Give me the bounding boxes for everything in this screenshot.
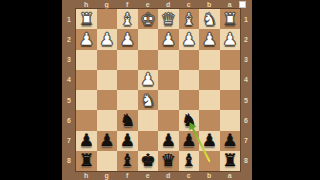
piece-black-bishop[interactable]: ♝: [179, 151, 200, 171]
square-a7[interactable]: ♟: [220, 131, 241, 151]
square-g2[interactable]: ♟: [97, 29, 118, 49]
rank-label-right-3: 3: [240, 50, 252, 70]
file-label-top-c: c: [179, 0, 200, 9]
square-b3[interactable]: [199, 50, 220, 70]
file-label-bottom-b: b: [199, 171, 220, 180]
square-a8[interactable]: ♜: [220, 151, 241, 171]
square-f7[interactable]: ♟: [117, 131, 138, 151]
file-label-top-b: b: [199, 0, 220, 9]
piece-white-rook[interactable]: ♜: [76, 9, 97, 29]
piece-black-pawn[interactable]: ♟: [76, 131, 97, 151]
piece-black-knight[interactable]: ♞: [179, 110, 200, 130]
file-label-top-f: f: [117, 0, 138, 9]
rank-label-right-4: 4: [240, 70, 252, 90]
square-c5[interactable]: [179, 90, 200, 110]
square-f4[interactable]: [117, 70, 138, 90]
rank-label-right-6: 6: [240, 110, 252, 130]
piece-black-rook[interactable]: ♜: [76, 151, 97, 171]
piece-white-rook[interactable]: ♜: [220, 9, 241, 29]
square-a4[interactable]: [220, 70, 241, 90]
square-f1[interactable]: ♝: [117, 9, 138, 29]
file-label-bottom-g: g: [97, 171, 118, 180]
piece-white-bishop[interactable]: ♝: [179, 9, 200, 29]
square-d2[interactable]: ♟: [158, 29, 179, 49]
square-e3[interactable]: [138, 50, 159, 70]
square-e2[interactable]: [138, 29, 159, 49]
square-c4[interactable]: [179, 70, 200, 90]
piece-black-pawn[interactable]: ♟: [199, 131, 220, 151]
square-d4[interactable]: [158, 70, 179, 90]
square-h3[interactable]: [76, 50, 97, 70]
square-b7[interactable]: ♟: [199, 131, 220, 151]
square-c2[interactable]: ♟: [179, 29, 200, 49]
square-b5[interactable]: [199, 90, 220, 110]
piece-black-pawn[interactable]: ♟: [220, 131, 241, 151]
file-label-top-g: g: [97, 0, 118, 9]
square-b8[interactable]: [199, 151, 220, 171]
square-f2[interactable]: ♟: [117, 29, 138, 49]
file-label-bottom-h: h: [76, 171, 97, 180]
file-label-bottom-f: f: [117, 171, 138, 180]
piece-black-king[interactable]: ♚: [138, 151, 159, 171]
rank-label-right-7: 7: [240, 131, 252, 151]
square-c1[interactable]: ♝: [179, 9, 200, 29]
square-h1[interactable]: ♜: [76, 9, 97, 29]
file-label-bottom-e: e: [138, 171, 159, 180]
square-f5[interactable]: [117, 90, 138, 110]
file-label-bottom-d: d: [158, 171, 179, 180]
piece-white-pawn[interactable]: ♟: [117, 29, 138, 49]
square-g8[interactable]: [97, 151, 118, 171]
square-c7[interactable]: ♟: [179, 131, 200, 151]
piece-white-pawn[interactable]: ♟: [199, 29, 220, 49]
square-g5[interactable]: [97, 90, 118, 110]
file-label-top-h: h: [76, 0, 97, 9]
square-e7[interactable]: [138, 131, 159, 151]
square-g1[interactable]: [97, 9, 118, 29]
square-e5[interactable]: ♞: [138, 90, 159, 110]
rank-label-left-1: 1: [62, 9, 76, 29]
square-g3[interactable]: [97, 50, 118, 70]
square-e4[interactable]: ♟: [138, 70, 159, 90]
rank-label-left-4: 4: [62, 70, 76, 90]
file-labels-bottom: hgfedcba: [76, 171, 240, 180]
square-d3[interactable]: [158, 50, 179, 70]
rank-label-left-5: 5: [62, 90, 76, 110]
square-a6[interactable]: [220, 110, 241, 130]
square-g6[interactable]: [97, 110, 118, 130]
square-e6[interactable]: [138, 110, 159, 130]
rank-label-left-2: 2: [62, 29, 76, 49]
piece-black-bishop[interactable]: ♝: [117, 151, 138, 171]
piece-white-pawn[interactable]: ♟: [138, 70, 159, 90]
square-a3[interactable]: [220, 50, 241, 70]
square-h4[interactable]: [76, 70, 97, 90]
chess-board: hgfedcba hgfedcba 12345678 12345678 ♜♝♚♛…: [62, 0, 252, 180]
piece-black-rook[interactable]: ♜: [220, 151, 241, 171]
board-squares: ♜♝♚♛♝♞♜♟♟♟♟♟♟♟♟♞♞♞♟♟♟♟♟♟♟♜♝♚♛♝♜: [76, 9, 240, 171]
piece-white-pawn[interactable]: ♟: [97, 29, 118, 49]
rank-label-right-2: 2: [240, 29, 252, 49]
square-b6[interactable]: [199, 110, 220, 130]
square-a2[interactable]: ♟: [220, 29, 241, 49]
piece-white-king[interactable]: ♚: [138, 9, 159, 29]
square-d5[interactable]: [158, 90, 179, 110]
square-b2[interactable]: ♟: [199, 29, 220, 49]
video-frame: hgfedcba hgfedcba 12345678 12345678 ♜♝♚♛…: [0, 0, 320, 180]
rank-label-right-5: 5: [240, 90, 252, 110]
piece-white-knight[interactable]: ♞: [199, 9, 220, 29]
square-a1[interactable]: ♜: [220, 9, 241, 29]
rank-label-left-7: 7: [62, 131, 76, 151]
rank-label-left-6: 6: [62, 110, 76, 130]
piece-white-bishop[interactable]: ♝: [117, 9, 138, 29]
square-b4[interactable]: [199, 70, 220, 90]
piece-black-pawn[interactable]: ♟: [97, 131, 118, 151]
square-h7[interactable]: ♟: [76, 131, 97, 151]
file-label-bottom-a: a: [220, 171, 241, 180]
file-label-top-a: a: [220, 0, 241, 9]
square-a5[interactable]: [220, 90, 241, 110]
rank-labels-left: 12345678: [62, 9, 76, 171]
file-label-top-e: e: [138, 0, 159, 9]
corner-marker-icon: [239, 1, 246, 8]
rank-labels-right: 12345678: [240, 9, 252, 171]
piece-white-pawn[interactable]: ♟: [220, 29, 241, 49]
file-label-top-d: d: [158, 0, 179, 9]
square-g7[interactable]: ♟: [97, 131, 118, 151]
rank-label-right-8: 8: [240, 151, 252, 171]
piece-white-pawn[interactable]: ♟: [158, 29, 179, 49]
file-labels-top: hgfedcba: [76, 0, 240, 9]
square-h8[interactable]: ♜: [76, 151, 97, 171]
square-d8[interactable]: ♛: [158, 151, 179, 171]
piece-white-queen[interactable]: ♛: [158, 9, 179, 29]
square-c3[interactable]: [179, 50, 200, 70]
rank-label-left-8: 8: [62, 151, 76, 171]
square-f3[interactable]: [117, 50, 138, 70]
square-e1[interactable]: ♚: [138, 9, 159, 29]
rank-label-right-1: 1: [240, 9, 252, 29]
square-d7[interactable]: ♟: [158, 131, 179, 151]
piece-black-pawn[interactable]: ♟: [117, 131, 138, 151]
file-label-bottom-c: c: [179, 171, 200, 180]
piece-white-pawn[interactable]: ♟: [76, 29, 97, 49]
square-c6[interactable]: ♞: [179, 110, 200, 130]
piece-black-knight[interactable]: ♞: [117, 110, 138, 130]
square-b1[interactable]: ♞: [199, 9, 220, 29]
square-f6[interactable]: ♞: [117, 110, 138, 130]
square-h5[interactable]: [76, 90, 97, 110]
square-f8[interactable]: ♝: [117, 151, 138, 171]
piece-black-queen[interactable]: ♛: [158, 151, 179, 171]
square-c8[interactable]: ♝: [179, 151, 200, 171]
square-d1[interactable]: ♛: [158, 9, 179, 29]
square-e8[interactable]: ♚: [138, 151, 159, 171]
piece-white-pawn[interactable]: ♟: [179, 29, 200, 49]
rank-label-left-3: 3: [62, 50, 76, 70]
piece-black-pawn[interactable]: ♟: [158, 131, 179, 151]
piece-black-pawn[interactable]: ♟: [179, 131, 200, 151]
piece-white-knight[interactable]: ♞: [138, 90, 159, 110]
square-h2[interactable]: ♟: [76, 29, 97, 49]
square-h6[interactable]: [76, 110, 97, 130]
square-d6[interactable]: [158, 110, 179, 130]
square-g4[interactable]: [97, 70, 118, 90]
